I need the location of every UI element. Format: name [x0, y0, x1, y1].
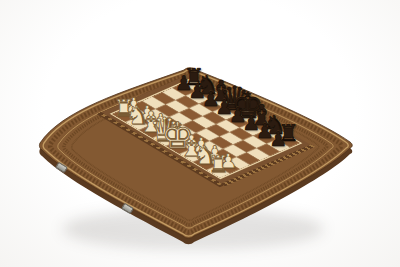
product-photo: ♜♞♝♛♚♝♞♜♟♟♟♟♟♟♟♟♟♟♟♟♟♟♟♟♜♞♝♛♚♝♞♜ [0, 0, 400, 267]
white-rook: ♜ [208, 153, 229, 176]
square-h1: ♜ [207, 166, 231, 178]
